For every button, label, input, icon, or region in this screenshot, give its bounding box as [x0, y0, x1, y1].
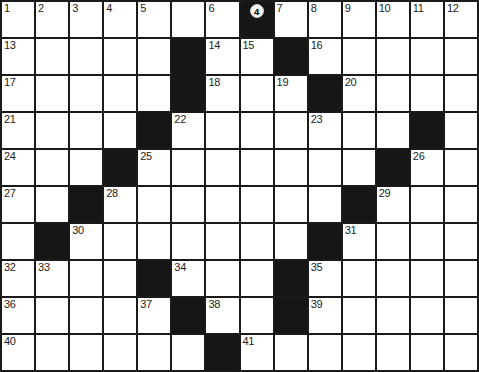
clue-number: 9 — [345, 3, 351, 15]
clue-number: 27 — [4, 188, 16, 200]
circled-number-badge: 4 — [250, 4, 264, 18]
clue-number: 2 — [38, 3, 44, 15]
clue-number: 7 — [277, 3, 283, 15]
white-cell-r10c14[interactable] — [445, 335, 477, 370]
white-cell-r8c8[interactable] — [241, 261, 273, 296]
clue-number: 5 — [140, 3, 146, 15]
white-cell-r6c10[interactable] — [309, 187, 341, 222]
white-cell-r4c3[interactable] — [70, 113, 102, 148]
white-cell-r7c9[interactable] — [275, 224, 307, 259]
clue-number: 30 — [72, 225, 84, 237]
white-cell-r3c11[interactable]: 20 — [343, 76, 375, 111]
white-cell-r10c5[interactable] — [138, 335, 170, 370]
white-cell-r3c7[interactable]: 18 — [206, 76, 238, 111]
white-cell-r3c1[interactable]: 17 — [2, 76, 34, 111]
white-cell-r2c14[interactable] — [445, 39, 477, 74]
clue-number: 25 — [140, 151, 152, 163]
clue-number: 39 — [311, 299, 323, 311]
black-cell-r4c13 — [411, 113, 443, 148]
clue-number: 33 — [38, 262, 50, 274]
white-cell-r2c3[interactable] — [70, 39, 102, 74]
white-cell-r4c6[interactable]: 22 — [172, 113, 204, 148]
black-cell-r8c9 — [275, 261, 307, 296]
white-cell-r3c12[interactable] — [377, 76, 409, 111]
white-cell-r1c12[interactable]: 10 — [377, 2, 409, 37]
clue-number: 31 — [345, 225, 357, 237]
white-cell-r9c3[interactable] — [70, 298, 102, 333]
white-cell-r1c11[interactable]: 9 — [343, 2, 375, 37]
white-cell-r8c6[interactable]: 34 — [172, 261, 204, 296]
white-cell-r6c8[interactable] — [241, 187, 273, 222]
white-cell-r7c3[interactable]: 30 — [70, 224, 102, 259]
white-cell-r3c14[interactable] — [445, 76, 477, 111]
clue-number: 1 — [4, 3, 10, 15]
clue-number: 11 — [413, 3, 424, 15]
white-cell-r1c6[interactable] — [172, 2, 204, 37]
clue-number: 12 — [447, 3, 459, 15]
white-cell-r2c13[interactable] — [411, 39, 443, 74]
white-cell-r10c2[interactable] — [36, 335, 68, 370]
white-cell-r1c2[interactable]: 2 — [36, 2, 68, 37]
white-cell-r8c11[interactable] — [343, 261, 375, 296]
clue-number: 34 — [174, 262, 186, 274]
white-cell-r5c6[interactable] — [172, 150, 204, 185]
black-cell-r8c5 — [138, 261, 170, 296]
clue-number: 28 — [106, 188, 118, 200]
white-cell-r2c11[interactable] — [343, 39, 375, 74]
crossword-board: 1234564789101112131415161718192021222324… — [0, 0, 479, 372]
clue-number: 18 — [208, 77, 220, 89]
white-cell-r6c7[interactable] — [206, 187, 238, 222]
white-cell-r2c1[interactable]: 13 — [2, 39, 34, 74]
white-cell-r1c4[interactable]: 4 — [104, 2, 136, 37]
white-cell-r4c1[interactable]: 21 — [2, 113, 34, 148]
clue-number: 21 — [4, 114, 16, 126]
white-cell-r10c4[interactable] — [104, 335, 136, 370]
white-cell-r4c2[interactable] — [36, 113, 68, 148]
black-cell-r6c3 — [70, 187, 102, 222]
white-cell-r7c13[interactable] — [411, 224, 443, 259]
white-cell-r7c7[interactable] — [206, 224, 238, 259]
white-cell-r9c10[interactable]: 39 — [309, 298, 341, 333]
white-cell-r7c5[interactable] — [138, 224, 170, 259]
black-cell-r2c6 — [172, 39, 204, 74]
black-cell-r1c8: 4 — [241, 2, 273, 37]
white-cell-r1c5[interactable]: 5 — [138, 2, 170, 37]
white-cell-r8c1[interactable]: 32 — [2, 261, 34, 296]
white-cell-r8c10[interactable]: 35 — [309, 261, 341, 296]
white-cell-r1c13[interactable]: 11 — [411, 2, 443, 37]
white-cell-r10c6[interactable] — [172, 335, 204, 370]
white-cell-r5c3[interactable] — [70, 150, 102, 185]
white-cell-r7c12[interactable] — [377, 224, 409, 259]
white-cell-r8c14[interactable] — [445, 261, 477, 296]
white-cell-r10c3[interactable] — [70, 335, 102, 370]
white-cell-r6c13[interactable] — [411, 187, 443, 222]
white-cell-r5c5[interactable]: 25 — [138, 150, 170, 185]
white-cell-r1c9[interactable]: 7 — [275, 2, 307, 37]
clue-number: 26 — [413, 151, 425, 163]
white-cell-r8c2[interactable]: 33 — [36, 261, 68, 296]
black-cell-r7c10 — [309, 224, 341, 259]
white-cell-r7c4[interactable] — [104, 224, 136, 259]
white-cell-r5c11[interactable] — [343, 150, 375, 185]
white-cell-r3c5[interactable] — [138, 76, 170, 111]
white-cell-r4c7[interactable] — [206, 113, 238, 148]
white-cell-r6c14[interactable] — [445, 187, 477, 222]
white-cell-r7c1[interactable] — [2, 224, 34, 259]
white-cell-r7c11[interactable]: 31 — [343, 224, 375, 259]
black-cell-r3c10 — [309, 76, 341, 111]
clue-number: 22 — [174, 114, 186, 126]
clue-number: 41 — [243, 336, 255, 348]
white-cell-r10c13[interactable] — [411, 335, 443, 370]
white-cell-r9c5[interactable]: 37 — [138, 298, 170, 333]
clue-number: 10 — [379, 3, 391, 15]
white-cell-r9c8[interactable] — [241, 298, 273, 333]
white-cell-r6c9[interactable] — [275, 187, 307, 222]
black-cell-r10c7 — [206, 335, 238, 370]
white-cell-r9c12[interactable] — [377, 298, 409, 333]
white-cell-r4c10[interactable]: 23 — [309, 113, 341, 148]
white-cell-r5c9[interactable] — [275, 150, 307, 185]
white-cell-r3c8[interactable] — [241, 76, 273, 111]
white-cell-r3c9[interactable]: 19 — [275, 76, 307, 111]
clue-number: 15 — [243, 40, 255, 52]
black-cell-r4c5 — [138, 113, 170, 148]
black-cell-r5c4 — [104, 150, 136, 185]
black-cell-r7c2 — [36, 224, 68, 259]
black-cell-r6c11 — [343, 187, 375, 222]
white-cell-r2c7[interactable]: 14 — [206, 39, 238, 74]
white-cell-r1c14[interactable]: 12 — [445, 2, 477, 37]
white-cell-r7c8[interactable] — [241, 224, 273, 259]
white-cell-r8c4[interactable] — [104, 261, 136, 296]
white-cell-r4c9[interactable] — [275, 113, 307, 148]
white-cell-r8c13[interactable] — [411, 261, 443, 296]
white-cell-r10c10[interactable] — [309, 335, 341, 370]
white-cell-r1c1[interactable]: 1 — [2, 2, 34, 37]
white-cell-r2c12[interactable] — [377, 39, 409, 74]
black-cell-r9c6 — [172, 298, 204, 333]
white-cell-r8c3[interactable] — [70, 261, 102, 296]
white-cell-r10c11[interactable] — [343, 335, 375, 370]
white-cell-r2c8[interactable]: 15 — [241, 39, 273, 74]
white-cell-r10c9[interactable] — [275, 335, 307, 370]
white-cell-r6c5[interactable] — [138, 187, 170, 222]
white-cell-r8c7[interactable] — [206, 261, 238, 296]
white-cell-r9c4[interactable] — [104, 298, 136, 333]
white-cell-r1c3[interactable]: 3 — [70, 2, 102, 37]
clue-number: 24 — [4, 151, 16, 163]
clue-number: 4 — [106, 3, 112, 15]
white-cell-r9c14[interactable] — [445, 298, 477, 333]
white-cell-r9c1[interactable]: 36 — [2, 298, 34, 333]
white-cell-r4c8[interactable] — [241, 113, 273, 148]
white-cell-r2c4[interactable] — [104, 39, 136, 74]
clue-number: 16 — [311, 40, 323, 52]
clue-number: 23 — [311, 114, 323, 126]
clue-number: 32 — [4, 262, 16, 274]
white-cell-r5c1[interactable]: 24 — [2, 150, 34, 185]
white-cell-r5c10[interactable] — [309, 150, 341, 185]
white-cell-r4c12[interactable] — [377, 113, 409, 148]
white-cell-r3c4[interactable] — [104, 76, 136, 111]
black-cell-r5c12 — [377, 150, 409, 185]
black-cell-r3c6 — [172, 76, 204, 111]
white-cell-r7c14[interactable] — [445, 224, 477, 259]
clue-number: 17 — [4, 77, 16, 89]
clue-number: 40 — [4, 336, 16, 348]
white-cell-r5c14[interactable] — [445, 150, 477, 185]
black-cell-r9c9 — [275, 298, 307, 333]
clue-number: 38 — [208, 299, 220, 311]
white-cell-r5c8[interactable] — [241, 150, 273, 185]
white-cell-r1c10[interactable]: 8 — [309, 2, 341, 37]
white-cell-r6c6[interactable] — [172, 187, 204, 222]
white-cell-r7c6[interactable] — [172, 224, 204, 259]
white-cell-r9c7[interactable]: 38 — [206, 298, 238, 333]
white-cell-r4c11[interactable] — [343, 113, 375, 148]
white-cell-r3c2[interactable] — [36, 76, 68, 111]
white-cell-r5c13[interactable]: 26 — [411, 150, 443, 185]
clue-number: 36 — [4, 299, 16, 311]
clue-number: 20 — [345, 77, 357, 89]
white-cell-r9c2[interactable] — [36, 298, 68, 333]
white-cell-r4c4[interactable] — [104, 113, 136, 148]
white-cell-r3c13[interactable] — [411, 76, 443, 111]
white-cell-r2c2[interactable] — [36, 39, 68, 74]
white-cell-r9c11[interactable] — [343, 298, 375, 333]
white-cell-r6c4[interactable]: 28 — [104, 187, 136, 222]
white-cell-r10c8[interactable]: 41 — [241, 335, 273, 370]
clue-number: 35 — [311, 262, 323, 274]
clue-number: 8 — [311, 3, 317, 15]
white-cell-r2c5[interactable] — [138, 39, 170, 74]
clue-number: 29 — [379, 188, 391, 200]
white-cell-r5c2[interactable] — [36, 150, 68, 185]
white-cell-r9c13[interactable] — [411, 298, 443, 333]
white-cell-r6c12[interactable]: 29 — [377, 187, 409, 222]
clue-number: 37 — [140, 299, 152, 311]
white-cell-r4c14[interactable] — [445, 113, 477, 148]
white-cell-r6c1[interactable]: 27 — [2, 187, 34, 222]
white-cell-r1c7[interactable]: 6 — [206, 2, 238, 37]
clue-number: 6 — [208, 3, 214, 15]
white-cell-r10c12[interactable] — [377, 335, 409, 370]
white-cell-r10c1[interactable]: 40 — [2, 335, 34, 370]
clue-number: 19 — [277, 77, 289, 89]
white-cell-r8c12[interactable] — [377, 261, 409, 296]
white-cell-r3c3[interactable] — [70, 76, 102, 111]
clue-number: 13 — [4, 40, 16, 52]
white-cell-r6c2[interactable] — [36, 187, 68, 222]
clue-number: 14 — [208, 40, 220, 52]
white-cell-r2c10[interactable]: 16 — [309, 39, 341, 74]
black-cell-r2c9 — [275, 39, 307, 74]
white-cell-r5c7[interactable] — [206, 150, 238, 185]
clue-number: 3 — [72, 3, 78, 15]
